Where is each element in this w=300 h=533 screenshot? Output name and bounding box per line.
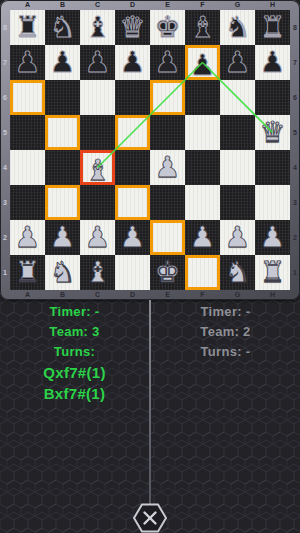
left-timer-label: Timer: -	[0, 302, 149, 322]
square-f2[interactable]: ♟	[185, 220, 220, 255]
square-a6[interactable]	[10, 80, 45, 115]
piece-bb-c8[interactable]: ♝	[80, 10, 115, 45]
piece-wp-b2[interactable]: ♟	[45, 220, 80, 255]
left-move-list: Qxf7#(1)Bxf7#(1)	[0, 362, 149, 404]
left-team-label: Team: 3	[0, 322, 149, 342]
coord-label: C	[80, 0, 115, 10]
square-c2[interactable]: ♟	[80, 220, 115, 255]
square-h5[interactable]: ♛	[255, 115, 290, 150]
square-b2[interactable]: ♟	[45, 220, 80, 255]
coord-label: 2	[290, 220, 300, 255]
square-c7[interactable]: ♟	[80, 45, 115, 80]
coord-label: H	[255, 0, 290, 10]
coord-label: 2	[0, 220, 10, 255]
piece-wp-d2[interactable]: ♟	[115, 220, 150, 255]
coord-label: 6	[0, 80, 10, 115]
square-d4[interactable]	[115, 150, 150, 185]
square-g4[interactable]	[220, 150, 255, 185]
square-a8[interactable]: ♜	[10, 10, 45, 45]
piece-bb-f8[interactable]: ♝	[185, 10, 220, 45]
square-g7[interactable]: ♟	[220, 45, 255, 80]
square-f6[interactable]	[185, 80, 220, 115]
square-d6[interactable]	[115, 80, 150, 115]
piece-bp-e7[interactable]: ♟	[150, 45, 185, 80]
square-f8[interactable]: ♝	[185, 10, 220, 45]
square-f5[interactable]	[185, 115, 220, 150]
square-h1[interactable]: ♜	[255, 255, 290, 290]
board-frame: ABCDEFGH ABCDEFGH 87654321 87654321 ♜♞♝♛…	[0, 0, 300, 300]
rank-labels-right: 87654321	[290, 10, 300, 290]
square-g1[interactable]: ♞	[220, 255, 255, 290]
piece-wr-a1[interactable]: ♜	[10, 255, 45, 290]
move-annotation: Bxf7#(1)	[0, 383, 149, 404]
square-f3[interactable]	[185, 185, 220, 220]
chess-board[interactable]: ♜♞♝♛♚♝♞♜♟♟♟♟♟♟♟♟♛♝♟♟♟♟♟♟♟♟♜♞♝♚♞♜	[10, 10, 290, 290]
piece-bk-e8[interactable]: ♚	[150, 10, 185, 45]
piece-bp-b7[interactable]: ♟	[45, 45, 80, 80]
square-c5[interactable]	[80, 115, 115, 150]
square-e6[interactable]	[150, 80, 185, 115]
square-e5[interactable]	[150, 115, 185, 150]
piece-bp-c7[interactable]: ♟	[80, 45, 115, 80]
square-e7[interactable]: ♟	[150, 45, 185, 80]
square-g3[interactable]	[220, 185, 255, 220]
square-d8[interactable]: ♛	[115, 10, 150, 45]
square-b1[interactable]: ♞	[45, 255, 80, 290]
coord-label: 1	[0, 255, 10, 290]
square-f4[interactable]	[185, 150, 220, 185]
piece-wr-h1[interactable]: ♜	[255, 255, 290, 290]
coord-label: D	[115, 0, 150, 10]
coord-label: G	[220, 290, 255, 300]
right-turns-label: Turns: -	[151, 342, 300, 362]
coord-label: 5	[0, 115, 10, 150]
square-e1[interactable]: ♚	[150, 255, 185, 290]
panel-divider	[149, 300, 151, 506]
piece-wp-f2[interactable]: ♟	[185, 220, 220, 255]
square-h4[interactable]	[255, 150, 290, 185]
square-g6[interactable]	[220, 80, 255, 115]
piece-wb-c1[interactable]: ♝	[80, 255, 115, 290]
square-b8[interactable]: ♞	[45, 10, 80, 45]
square-a4[interactable]	[10, 150, 45, 185]
chess-app-screen: ABCDEFGH ABCDEFGH 87654321 87654321 ♜♞♝♛…	[0, 0, 300, 533]
square-f7[interactable]: ♟	[185, 45, 220, 80]
piece-wp-a2[interactable]: ♟	[10, 220, 45, 255]
coord-label: A	[10, 0, 45, 10]
piece-wp-e4[interactable]: ♟	[150, 150, 185, 185]
square-h3[interactable]	[255, 185, 290, 220]
close-hexagon-button[interactable]	[133, 503, 167, 533]
coord-label: 3	[0, 185, 10, 220]
piece-br-h8[interactable]: ♜	[255, 10, 290, 45]
square-e2[interactable]	[150, 220, 185, 255]
coord-label: B	[45, 0, 80, 10]
right-team-label: Team: 2	[151, 322, 300, 342]
piece-bp-g7[interactable]: ♟	[220, 45, 255, 80]
piece-wn-b1[interactable]: ♞	[45, 255, 80, 290]
square-c6[interactable]	[80, 80, 115, 115]
left-turns-label: Turns:	[0, 342, 149, 362]
right-timer-label: Timer: -	[151, 302, 300, 322]
square-f1[interactable]	[185, 255, 220, 290]
square-a2[interactable]: ♟	[10, 220, 45, 255]
file-labels-bottom: ABCDEFGH	[10, 290, 290, 300]
coord-label: 4	[0, 150, 10, 185]
move-annotation: Qxf7#(1)	[0, 362, 149, 383]
piece-wp-h2[interactable]: ♟	[255, 220, 290, 255]
coord-label: H	[255, 290, 290, 300]
square-b6[interactable]	[45, 80, 80, 115]
coord-label: 1	[290, 255, 300, 290]
piece-wq-h5[interactable]: ♛	[255, 115, 290, 150]
coord-label: G	[220, 0, 255, 10]
coord-label: 7	[290, 45, 300, 80]
square-g5[interactable]	[220, 115, 255, 150]
square-c1[interactable]: ♝	[80, 255, 115, 290]
piece-wp-g2[interactable]: ♟	[220, 220, 255, 255]
piece-bp-h7[interactable]: ♟	[255, 45, 290, 80]
rank-labels-left: 87654321	[0, 10, 10, 290]
left-player-panel: Timer: - Team: 3 Turns: Qxf7#(1)Bxf7#(1)	[0, 300, 149, 404]
coord-label: 3	[290, 185, 300, 220]
square-c4[interactable]: ♝	[80, 150, 115, 185]
piece-bn-b8[interactable]: ♞	[45, 10, 80, 45]
piece-bn-g8[interactable]: ♞	[220, 10, 255, 45]
square-a3[interactable]	[10, 185, 45, 220]
coord-label: 8	[0, 10, 10, 45]
square-d2[interactable]: ♟	[115, 220, 150, 255]
square-b7[interactable]: ♟	[45, 45, 80, 80]
coord-label: E	[150, 290, 185, 300]
square-h8[interactable]: ♜	[255, 10, 290, 45]
coord-label: C	[80, 290, 115, 300]
square-e8[interactable]: ♚	[150, 10, 185, 45]
square-g2[interactable]: ♟	[220, 220, 255, 255]
square-d5[interactable]	[115, 115, 150, 150]
piece-br-a8[interactable]: ♜	[10, 10, 45, 45]
piece-wb-c4[interactable]: ♝	[83, 153, 112, 182]
piece-wn-g1[interactable]: ♞	[220, 255, 255, 290]
square-g8[interactable]: ♞	[220, 10, 255, 45]
square-e3[interactable]	[150, 185, 185, 220]
file-labels-top: ABCDEFGH	[10, 0, 290, 10]
square-a7[interactable]: ♟	[10, 45, 45, 80]
square-e4[interactable]: ♟	[150, 150, 185, 185]
coord-label: 7	[0, 45, 10, 80]
piece-wk-e1[interactable]: ♚	[150, 255, 185, 290]
square-a5[interactable]	[10, 115, 45, 150]
square-d7[interactable]: ♟	[115, 45, 150, 80]
square-d1[interactable]	[115, 255, 150, 290]
coord-label: 4	[290, 150, 300, 185]
coord-label: B	[45, 290, 80, 300]
piece-bp-f7[interactable]: ♟	[188, 48, 217, 77]
piece-bq-d8[interactable]: ♛	[115, 10, 150, 45]
coord-label: F	[185, 0, 220, 10]
square-a1[interactable]: ♜	[10, 255, 45, 290]
coord-label: D	[115, 290, 150, 300]
square-h6[interactable]	[255, 80, 290, 115]
coord-label: A	[10, 290, 45, 300]
coord-label: 8	[290, 10, 300, 45]
square-b3[interactable]	[45, 185, 80, 220]
square-b5[interactable]	[45, 115, 80, 150]
square-d3[interactable]	[115, 185, 150, 220]
coord-label: E	[150, 0, 185, 10]
right-player-panel: Timer: - Team: 2 Turns: -	[151, 300, 300, 362]
square-h2[interactable]: ♟	[255, 220, 290, 255]
square-b4[interactable]	[45, 150, 80, 185]
piece-bp-a7[interactable]: ♟	[10, 45, 45, 80]
coord-label: 5	[290, 115, 300, 150]
coord-label: F	[185, 290, 220, 300]
coord-label: 6	[290, 80, 300, 115]
square-c3[interactable]	[80, 185, 115, 220]
piece-wp-c2[interactable]: ♟	[80, 220, 115, 255]
square-h7[interactable]: ♟	[255, 45, 290, 80]
piece-bp-d7[interactable]: ♟	[115, 45, 150, 80]
square-c8[interactable]: ♝	[80, 10, 115, 45]
